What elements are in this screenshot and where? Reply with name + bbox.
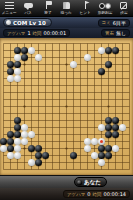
komi-box: コミ 6目半 <box>98 19 130 27</box>
black-stone <box>14 117 21 124</box>
white-stone <box>21 131 28 138</box>
komi-label: コミ <box>102 20 111 25</box>
player-captures-value: 0 <box>87 191 90 197</box>
black-stone <box>105 131 112 138</box>
opponent-info-bar: COM Lv 10 コミ 6目半 <box>0 17 133 28</box>
white-stone <box>35 54 42 61</box>
handicap-box: 置石 無し <box>101 29 130 37</box>
black-stone <box>112 131 119 138</box>
black-stone <box>35 159 42 166</box>
toolbar-button-label: 待った <box>61 10 72 15</box>
toolbar-button-ヒント[interactable]: ヒント <box>76 0 95 16</box>
toolbar-button-投了[interactable]: 投了 <box>38 0 57 16</box>
white-stone <box>14 138 21 145</box>
white-stone <box>28 47 35 54</box>
black-stone <box>14 131 21 138</box>
opponent-captures-value: 1 <box>27 30 30 36</box>
opponent-captures-label: アゲハマ <box>7 31 25 36</box>
hint-pin-icon <box>82 1 90 9</box>
white-stone <box>0 145 7 152</box>
white-stone <box>21 124 28 131</box>
black-stone <box>105 47 112 54</box>
toolbar-button-label: パス <box>25 10 33 15</box>
go-app-screen: メニューパス投了待ったヒント形勢判定設定 COM Lv 10 コミ 6目半 アゲ… <box>0 0 133 200</box>
toolbar-button-形勢判定[interactable]: 形勢判定 <box>95 0 114 16</box>
black-stone-icon <box>77 180 82 185</box>
white-stone <box>98 124 105 131</box>
komi-value: 6目半 <box>113 20 126 26</box>
opponent-status-bar: アゲハマ 1 時間 00:00:01 置石 無し <box>0 28 133 38</box>
player-name: あなた <box>84 179 101 186</box>
opponent-captures-time-box: アゲハマ 1 時間 00:00:01 <box>3 29 70 37</box>
toolbar-button-メニュー[interactable]: メニュー <box>0 0 19 16</box>
black-stone <box>105 145 112 152</box>
toolbar-button-label: ヒント <box>80 10 91 15</box>
white-stone <box>84 138 91 145</box>
white-stone <box>91 152 98 159</box>
black-stone <box>105 61 112 68</box>
black-stone <box>35 152 42 159</box>
toolbar-button-label: 投了 <box>44 10 51 15</box>
resign-flag-icon <box>44 1 52 9</box>
black-stone <box>105 117 112 124</box>
black-stone <box>98 145 105 152</box>
opponent-player-pill: COM Lv 10 <box>3 18 52 27</box>
white-stone <box>70 61 77 68</box>
black-stone <box>98 152 105 159</box>
white-stone <box>98 47 105 54</box>
toolbar-button-label: 設定 <box>120 10 127 15</box>
toolbar-button-設定[interactable]: 設定 <box>114 0 133 16</box>
go-board[interactable] <box>0 38 133 175</box>
black-stone <box>112 124 119 131</box>
black-stone <box>105 124 112 131</box>
last-move-marker <box>100 140 103 143</box>
toolbar: メニューパス投了待ったヒント形勢判定設定 <box>0 0 133 17</box>
menu-icon <box>5 2 14 9</box>
handicap-label: 置石 <box>105 31 114 36</box>
white-stone-icon <box>6 20 11 25</box>
score-estimate-stones-icon <box>99 3 110 9</box>
white-stone <box>14 54 21 61</box>
white-stone <box>7 152 14 159</box>
white-stone <box>84 54 91 61</box>
white-stone <box>119 124 126 131</box>
black-stone <box>98 68 105 75</box>
black-stone <box>35 145 42 152</box>
white-stone <box>14 75 21 82</box>
speech-bubble-icon <box>24 3 33 8</box>
settings-icon <box>120 2 127 9</box>
black-stone <box>28 145 35 152</box>
black-stone <box>14 124 21 131</box>
black-stone <box>7 138 14 145</box>
player-info-bar: あなた <box>0 175 133 188</box>
black-stone <box>112 47 119 54</box>
white-stone <box>14 145 21 152</box>
white-stone <box>112 145 119 152</box>
white-stone <box>21 138 28 145</box>
player-time-label: 時間 <box>93 192 102 197</box>
black-stone <box>7 145 14 152</box>
black-stone <box>105 152 112 159</box>
toolbar-button-label: 形勢判定 <box>97 10 112 15</box>
opponent-name: COM Lv 10 <box>13 20 46 26</box>
black-stone <box>70 152 77 159</box>
black-stone <box>7 68 14 75</box>
white-stone <box>14 68 21 75</box>
toolbar-button-待った[interactable]: 待った <box>57 0 76 16</box>
black-stone <box>7 131 14 138</box>
white-stone <box>98 159 105 166</box>
white-stone <box>28 159 35 166</box>
black-stone <box>0 138 7 145</box>
player-captures-label: アゲハマ <box>67 192 85 197</box>
opponent-time-value: 00:00:01 <box>44 30 66 36</box>
handicap-value: 無し <box>116 30 126 36</box>
white-stone <box>28 131 35 138</box>
player-pill: あなた <box>74 177 107 187</box>
white-stone <box>91 138 98 145</box>
black-stone <box>42 152 49 159</box>
white-stone <box>7 75 14 82</box>
undo-hand-icon <box>63 2 70 9</box>
player-captures-time-box: アゲハマ 0 時間 00:00:14 <box>63 190 130 198</box>
white-stone <box>14 152 21 159</box>
black-stone <box>21 54 28 61</box>
player-time-value: 00:00:14 <box>104 191 126 197</box>
black-stone <box>14 61 21 68</box>
toolbar-button-パス[interactable]: パス <box>19 0 38 16</box>
black-stone <box>21 47 28 54</box>
black-stone <box>112 117 119 124</box>
player-status-bar: アゲハマ 0 時間 00:00:14 <box>0 188 133 200</box>
toolbar-button-label: メニュー <box>2 10 17 15</box>
opponent-time-label: 時間 <box>33 31 42 36</box>
black-stone <box>14 47 21 54</box>
black-stone <box>7 61 14 68</box>
white-stone <box>84 145 91 152</box>
